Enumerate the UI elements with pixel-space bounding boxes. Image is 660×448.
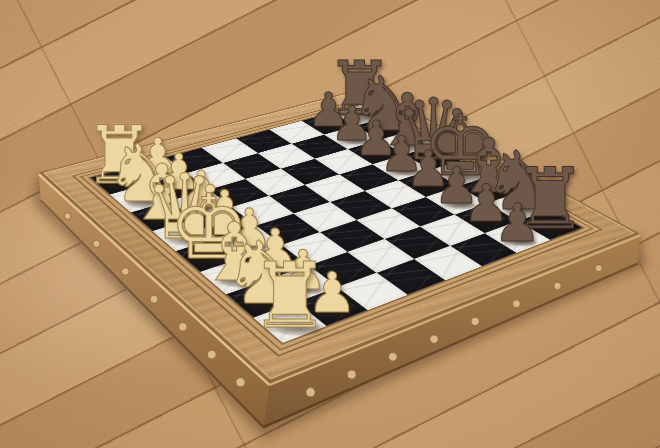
white-rook-h1[interactable]: ♜ (249, 251, 330, 342)
corner-marker-a1 (38, 172, 41, 173)
scene-stage: ♜♞♝♛♚♝♞♜♟♟♟♟♟♟♟♟♟♟♟♟♟♟♟♟♜♞♝♛♚♝♞♜ (0, 0, 660, 448)
corner-marker-h1 (268, 382, 272, 384)
black-pawn-h7[interactable]: ♟ (494, 197, 541, 250)
corner-marker-h8 (638, 233, 641, 234)
